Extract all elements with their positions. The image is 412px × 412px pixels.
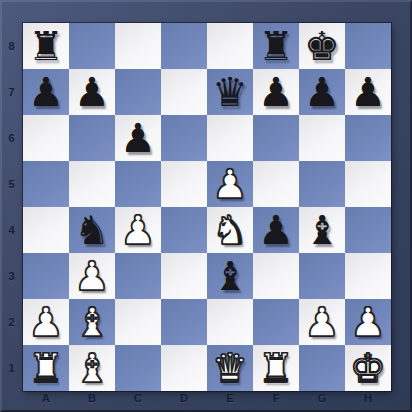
square-c7[interactable] [115, 69, 161, 115]
rank-label-7: 7 [2, 69, 21, 115]
rank-label-2: 2 [2, 299, 21, 345]
piece-white-pawn-c4[interactable]: ♟ [120, 207, 156, 253]
piece-black-pawn-c6[interactable]: ♟ [120, 115, 156, 161]
rank-label-6: 6 [2, 115, 21, 161]
square-a1[interactable]: ♜ [23, 345, 69, 391]
piece-black-bishop-g4[interactable]: ♝ [304, 207, 340, 253]
square-h6[interactable] [345, 115, 391, 161]
square-g8[interactable]: ♚ [299, 23, 345, 69]
square-g6[interactable] [299, 115, 345, 161]
square-c8[interactable] [115, 23, 161, 69]
piece-white-bishop-b1[interactable]: ♝ [74, 345, 110, 391]
square-a8[interactable]: ♜ [23, 23, 69, 69]
piece-black-pawn-h7[interactable]: ♟ [350, 69, 386, 115]
square-b4[interactable]: ♞ [69, 207, 115, 253]
square-f4[interactable]: ♟ [253, 207, 299, 253]
file-label-b: B [69, 392, 115, 405]
chess-diagram: ♜♜♚♟♟♛♟♟♟♟♟♞♟♞♟♝♟♝♟♝♟♟♜♝♛♜♚ 87654321 ABC… [0, 0, 412, 412]
square-h5[interactable] [345, 161, 391, 207]
square-f5[interactable] [253, 161, 299, 207]
square-b7[interactable]: ♟ [69, 69, 115, 115]
square-b5[interactable] [69, 161, 115, 207]
square-c4[interactable]: ♟ [115, 207, 161, 253]
square-g7[interactable]: ♟ [299, 69, 345, 115]
square-g2[interactable]: ♟ [299, 299, 345, 345]
piece-white-rook-f1[interactable]: ♜ [258, 345, 294, 391]
square-d6[interactable] [161, 115, 207, 161]
square-d4[interactable] [161, 207, 207, 253]
square-e6[interactable] [207, 115, 253, 161]
square-a5[interactable] [23, 161, 69, 207]
square-a4[interactable] [23, 207, 69, 253]
square-d1[interactable] [161, 345, 207, 391]
piece-white-king-h1[interactable]: ♚ [350, 345, 386, 391]
piece-white-pawn-g2[interactable]: ♟ [304, 299, 340, 345]
square-f8[interactable]: ♜ [253, 23, 299, 69]
square-b3[interactable]: ♟ [69, 253, 115, 299]
piece-white-knight-e4[interactable]: ♞ [212, 207, 248, 253]
file-label-c: C [115, 392, 161, 405]
piece-white-pawn-a2[interactable]: ♟ [28, 299, 64, 345]
square-c6[interactable]: ♟ [115, 115, 161, 161]
square-h2[interactable]: ♟ [345, 299, 391, 345]
square-b6[interactable] [69, 115, 115, 161]
rank-label-4: 4 [2, 207, 21, 253]
square-a6[interactable] [23, 115, 69, 161]
piece-white-pawn-b3[interactable]: ♟ [74, 253, 110, 299]
piece-black-pawn-f4[interactable]: ♟ [258, 207, 294, 253]
square-b2[interactable]: ♝ [69, 299, 115, 345]
piece-black-pawn-a7[interactable]: ♟ [28, 69, 64, 115]
piece-white-queen-e1[interactable]: ♛ [212, 345, 248, 391]
square-a3[interactable] [23, 253, 69, 299]
piece-white-bishop-b2[interactable]: ♝ [74, 299, 110, 345]
square-f1[interactable]: ♜ [253, 345, 299, 391]
file-label-g: G [299, 392, 345, 405]
square-d3[interactable] [161, 253, 207, 299]
square-e5[interactable]: ♟ [207, 161, 253, 207]
piece-black-king-g8[interactable]: ♚ [304, 23, 340, 69]
square-f7[interactable]: ♟ [253, 69, 299, 115]
square-f6[interactable] [253, 115, 299, 161]
square-d7[interactable] [161, 69, 207, 115]
file-label-e: E [207, 392, 253, 405]
square-e4[interactable]: ♞ [207, 207, 253, 253]
piece-black-bishop-e3[interactable]: ♝ [212, 253, 248, 299]
piece-black-pawn-f7[interactable]: ♟ [258, 69, 294, 115]
chess-board: ♜♜♚♟♟♛♟♟♟♟♟♞♟♞♟♝♟♝♟♝♟♟♜♝♛♜♚ [23, 23, 391, 391]
rank-label-5: 5 [2, 161, 21, 207]
square-d8[interactable] [161, 23, 207, 69]
piece-black-pawn-b7[interactable]: ♟ [74, 69, 110, 115]
square-c5[interactable] [115, 161, 161, 207]
square-h1[interactable]: ♚ [345, 345, 391, 391]
square-b8[interactable] [69, 23, 115, 69]
piece-black-knight-b4[interactable]: ♞ [74, 207, 110, 253]
piece-black-queen-e7[interactable]: ♛ [212, 69, 248, 115]
square-b1[interactable]: ♝ [69, 345, 115, 391]
square-g1[interactable] [299, 345, 345, 391]
square-e3[interactable]: ♝ [207, 253, 253, 299]
square-d5[interactable] [161, 161, 207, 207]
rank-label-8: 8 [2, 23, 21, 69]
piece-white-pawn-e5[interactable]: ♟ [212, 161, 248, 207]
square-h3[interactable] [345, 253, 391, 299]
square-g3[interactable] [299, 253, 345, 299]
square-d2[interactable] [161, 299, 207, 345]
rank-label-3: 3 [2, 253, 21, 299]
piece-white-rook-a1[interactable]: ♜ [28, 345, 64, 391]
file-label-f: F [253, 392, 299, 405]
square-e7[interactable]: ♛ [207, 69, 253, 115]
square-a7[interactable]: ♟ [23, 69, 69, 115]
square-c1[interactable] [115, 345, 161, 391]
piece-black-pawn-g7[interactable]: ♟ [304, 69, 340, 115]
square-f3[interactable] [253, 253, 299, 299]
square-c3[interactable] [115, 253, 161, 299]
square-c2[interactable] [115, 299, 161, 345]
file-label-d: D [161, 392, 207, 405]
piece-black-rook-f8[interactable]: ♜ [258, 23, 294, 69]
square-g4[interactable]: ♝ [299, 207, 345, 253]
square-h4[interactable] [345, 207, 391, 253]
rank-label-1: 1 [2, 345, 21, 391]
piece-white-pawn-h2[interactable]: ♟ [350, 299, 386, 345]
square-e1[interactable]: ♛ [207, 345, 253, 391]
square-e8[interactable] [207, 23, 253, 69]
file-label-a: A [23, 392, 69, 405]
square-e2[interactable] [207, 299, 253, 345]
piece-black-rook-a8[interactable]: ♜ [28, 23, 64, 69]
square-f2[interactable] [253, 299, 299, 345]
file-label-h: H [345, 392, 391, 405]
square-g5[interactable] [299, 161, 345, 207]
square-h8[interactable] [345, 23, 391, 69]
square-a2[interactable]: ♟ [23, 299, 69, 345]
square-h7[interactable]: ♟ [345, 69, 391, 115]
